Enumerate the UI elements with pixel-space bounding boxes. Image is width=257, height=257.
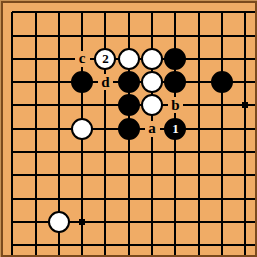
grid-line-horizontal <box>24 198 47 200</box>
grid-line-horizontal <box>187 104 210 106</box>
grid-line-horizontal <box>187 151 210 153</box>
intersection <box>187 164 210 187</box>
grid-line-horizontal <box>164 151 187 153</box>
intersection <box>210 94 233 117</box>
grid-line-horizontal <box>234 58 257 60</box>
white-stone <box>118 48 140 70</box>
grid-line-horizontal <box>140 221 163 223</box>
grid-line-horizontal <box>117 198 140 200</box>
intersection <box>117 234 140 257</box>
intersection <box>47 1 70 24</box>
grid-line-vertical <box>221 12 223 24</box>
intersection <box>210 164 233 187</box>
point-label-c: c <box>75 51 90 67</box>
grid-line-horizontal <box>140 35 163 37</box>
grid-line-horizontal <box>164 35 187 37</box>
intersection <box>117 71 140 94</box>
intersection <box>117 117 140 140</box>
intersection <box>140 94 163 117</box>
grid-line-horizontal <box>24 128 47 130</box>
grid-line-horizontal <box>12 81 24 83</box>
intersection <box>1 234 24 257</box>
intersection <box>187 117 210 140</box>
intersection <box>24 94 47 117</box>
intersection <box>47 47 70 70</box>
intersection <box>210 187 233 210</box>
intersection <box>234 234 257 257</box>
intersection <box>140 164 163 187</box>
board-frame: c2dba1 <box>0 0 257 257</box>
intersection <box>140 71 163 94</box>
white-stone <box>141 71 163 93</box>
intersection <box>187 234 210 257</box>
grid-line-horizontal <box>187 174 210 176</box>
intersection <box>210 1 233 24</box>
grid-line-horizontal <box>94 244 117 246</box>
grid-line-horizontal <box>187 35 210 37</box>
intersection <box>1 1 24 24</box>
black-stone <box>211 71 233 93</box>
white-stone-2: 2 <box>94 48 116 70</box>
grid-line-horizontal <box>47 244 70 246</box>
intersection <box>117 164 140 187</box>
intersection <box>71 187 94 210</box>
intersection <box>140 1 163 24</box>
grid-line-vertical <box>151 12 153 24</box>
intersection <box>94 234 117 257</box>
grid-line-horizontal <box>12 244 24 246</box>
grid-line-horizontal <box>210 11 233 13</box>
intersection <box>24 164 47 187</box>
intersection <box>117 47 140 70</box>
intersection: b <box>164 94 187 117</box>
intersection <box>71 117 94 140</box>
intersection <box>234 1 257 24</box>
grid-line-horizontal <box>94 198 117 200</box>
intersection <box>234 24 257 47</box>
grid-line-horizontal <box>71 151 94 153</box>
grid-line-horizontal <box>210 198 233 200</box>
grid-line-horizontal <box>12 174 24 176</box>
grid-line-horizontal <box>47 151 70 153</box>
grid-line-horizontal <box>164 174 187 176</box>
grid-line-horizontal <box>47 81 70 83</box>
grid-line-horizontal <box>24 58 47 60</box>
intersection <box>24 187 47 210</box>
grid-line-horizontal <box>117 151 140 153</box>
intersection <box>164 164 187 187</box>
grid-line-horizontal <box>234 35 257 37</box>
grid-line-horizontal <box>210 151 233 153</box>
black-stone <box>164 48 186 70</box>
intersection: a <box>140 117 163 140</box>
intersection <box>210 24 233 47</box>
intersection <box>187 24 210 47</box>
grid-line-horizontal <box>24 221 47 223</box>
grid-line-horizontal <box>47 198 70 200</box>
grid-line-horizontal <box>12 198 24 200</box>
intersection <box>187 210 210 233</box>
intersection <box>24 234 47 257</box>
intersection <box>187 140 210 163</box>
grid-line-horizontal <box>187 128 210 130</box>
intersection <box>234 47 257 70</box>
grid-line-horizontal <box>140 151 163 153</box>
grid-line-horizontal <box>140 198 163 200</box>
grid-line-horizontal <box>117 174 140 176</box>
intersection <box>1 24 24 47</box>
intersection <box>47 24 70 47</box>
grid-line-horizontal <box>234 151 257 153</box>
grid-line-horizontal <box>94 104 117 106</box>
black-stone <box>118 71 140 93</box>
intersection <box>94 24 117 47</box>
grid-line-horizontal <box>117 35 140 37</box>
grid-line-horizontal <box>187 11 210 13</box>
grid-line-horizontal <box>12 151 24 153</box>
intersection <box>210 47 233 70</box>
intersection <box>140 140 163 163</box>
intersection <box>187 71 210 94</box>
intersection <box>117 187 140 210</box>
intersection <box>71 1 94 24</box>
grid-line-horizontal <box>71 244 94 246</box>
point-label-b: b <box>168 97 183 113</box>
intersection <box>47 140 70 163</box>
intersection <box>24 210 47 233</box>
grid-line-horizontal <box>210 35 233 37</box>
intersection <box>1 47 24 70</box>
intersection <box>1 210 24 233</box>
grid-line-horizontal <box>164 244 187 246</box>
black-stone <box>118 94 140 116</box>
grid-line-horizontal <box>210 128 233 130</box>
intersection <box>94 187 117 210</box>
intersection <box>187 187 210 210</box>
grid-line-horizontal <box>71 11 94 13</box>
intersection <box>94 164 117 187</box>
grid-line-horizontal <box>187 58 210 60</box>
white-stone <box>141 94 163 116</box>
grid-line-horizontal <box>210 221 233 223</box>
grid-line-horizontal <box>12 104 24 106</box>
intersection <box>71 94 94 117</box>
intersection <box>24 117 47 140</box>
grid-line-horizontal <box>47 35 70 37</box>
white-stone <box>48 211 70 233</box>
intersection <box>234 140 257 163</box>
intersection <box>234 117 257 140</box>
black-stone-1: 1 <box>164 118 186 140</box>
grid-line-horizontal <box>94 174 117 176</box>
point-label-a: a <box>145 121 160 137</box>
grid-line-horizontal <box>47 174 70 176</box>
intersection <box>71 234 94 257</box>
grid-line-horizontal <box>210 244 233 246</box>
intersection <box>164 71 187 94</box>
grid-line-horizontal <box>24 244 47 246</box>
intersection <box>1 71 24 94</box>
grid-line-horizontal <box>234 244 257 246</box>
grid-line-horizontal <box>164 221 187 223</box>
intersection <box>234 71 257 94</box>
grid-line-horizontal <box>187 244 210 246</box>
intersection <box>210 140 233 163</box>
intersection <box>24 1 47 24</box>
intersection: 1 <box>164 117 187 140</box>
intersection <box>47 164 70 187</box>
grid-line-horizontal <box>210 58 233 60</box>
grid-line-horizontal <box>47 11 70 13</box>
grid-line-vertical <box>58 12 60 24</box>
grid-line-horizontal <box>140 244 163 246</box>
grid-line-horizontal <box>12 128 24 130</box>
intersection <box>164 187 187 210</box>
intersection <box>117 140 140 163</box>
grid-line-horizontal <box>12 35 24 37</box>
grid-line-horizontal <box>24 81 47 83</box>
intersection <box>234 164 257 187</box>
intersection: 2 <box>94 47 117 70</box>
grid-line-horizontal <box>234 11 257 13</box>
intersection <box>187 1 210 24</box>
grid-line-horizontal <box>164 11 187 13</box>
intersection <box>71 210 94 233</box>
intersection <box>187 47 210 70</box>
grid-line-horizontal <box>71 35 94 37</box>
intersection <box>164 47 187 70</box>
intersection <box>24 24 47 47</box>
intersection <box>24 47 47 70</box>
intersection <box>117 1 140 24</box>
intersection <box>117 94 140 117</box>
intersection: c <box>71 47 94 70</box>
intersection <box>94 210 117 233</box>
intersection <box>140 47 163 70</box>
intersection <box>71 24 94 47</box>
grid-line-horizontal <box>24 151 47 153</box>
intersection <box>47 210 70 233</box>
grid-line-horizontal <box>210 174 233 176</box>
intersection <box>117 24 140 47</box>
grid-line-horizontal <box>71 174 94 176</box>
intersection <box>47 117 70 140</box>
go-board-diagram: c2dba1 <box>0 0 257 257</box>
intersection <box>164 210 187 233</box>
grid-line-horizontal <box>94 11 117 13</box>
grid-line-horizontal <box>94 221 117 223</box>
grid-line-horizontal <box>24 174 47 176</box>
grid-line-horizontal <box>24 104 47 106</box>
intersection <box>1 140 24 163</box>
intersection <box>140 210 163 233</box>
grid-line-horizontal <box>12 221 24 223</box>
black-stone <box>164 71 186 93</box>
grid-line-horizontal <box>140 174 163 176</box>
grid-line-horizontal <box>47 104 70 106</box>
grid-line-horizontal <box>234 174 257 176</box>
grid-line-horizontal <box>47 128 70 130</box>
grid-line-horizontal <box>234 128 257 130</box>
black-stone <box>71 71 93 93</box>
grid-line-horizontal <box>117 244 140 246</box>
intersection <box>234 210 257 233</box>
intersection <box>210 210 233 233</box>
grid-line-horizontal <box>94 128 117 130</box>
grid-line-vertical <box>174 12 176 24</box>
intersection <box>47 187 70 210</box>
grid-line-horizontal <box>187 221 210 223</box>
grid-line-vertical <box>198 12 200 24</box>
grid-line-horizontal <box>47 58 70 60</box>
point-label-d: d <box>98 74 113 90</box>
intersection <box>234 94 257 117</box>
grid-line-horizontal <box>117 221 140 223</box>
intersection <box>94 117 117 140</box>
grid-line-horizontal <box>24 11 47 13</box>
square-point-marker <box>242 102 248 108</box>
intersection <box>71 140 94 163</box>
intersection <box>71 164 94 187</box>
grid-line-horizontal <box>71 104 94 106</box>
intersection <box>24 140 47 163</box>
grid-line-vertical <box>35 12 37 24</box>
intersection <box>47 234 70 257</box>
grid-line-horizontal <box>24 35 47 37</box>
intersection <box>117 210 140 233</box>
intersection <box>71 71 94 94</box>
white-stone <box>71 118 93 140</box>
grid-line-horizontal <box>187 81 210 83</box>
grid-line-vertical <box>81 12 83 24</box>
intersection <box>234 187 257 210</box>
square-point-marker <box>79 219 85 225</box>
grid-line-horizontal <box>234 81 257 83</box>
intersection <box>94 140 117 163</box>
intersection <box>1 187 24 210</box>
grid-line-horizontal <box>117 11 140 13</box>
intersection <box>187 94 210 117</box>
grid-line-vertical <box>104 12 106 24</box>
intersection: d <box>94 71 117 94</box>
grid-line-horizontal <box>234 198 257 200</box>
grid-line-horizontal <box>187 198 210 200</box>
grid-line-horizontal <box>94 35 117 37</box>
grid-line-horizontal <box>210 104 233 106</box>
board-grid: c2dba1 <box>1 1 257 257</box>
grid-line-horizontal <box>164 198 187 200</box>
intersection <box>47 94 70 117</box>
intersection <box>140 187 163 210</box>
intersection <box>140 234 163 257</box>
intersection <box>210 117 233 140</box>
intersection <box>1 117 24 140</box>
intersection <box>164 24 187 47</box>
intersection <box>210 234 233 257</box>
grid-line-vertical <box>128 12 130 24</box>
intersection <box>24 71 47 94</box>
grid-line-horizontal <box>234 221 257 223</box>
grid-line-horizontal <box>94 151 117 153</box>
intersection <box>164 1 187 24</box>
intersection <box>210 71 233 94</box>
intersection <box>94 1 117 24</box>
intersection <box>1 94 24 117</box>
intersection <box>47 71 70 94</box>
grid-line-vertical <box>11 12 13 24</box>
board-surface: c2dba1 <box>1 1 257 257</box>
intersection <box>164 140 187 163</box>
grid-line-vertical <box>244 12 246 24</box>
intersection <box>140 24 163 47</box>
black-stone <box>118 118 140 140</box>
grid-line-horizontal <box>71 198 94 200</box>
intersection <box>164 234 187 257</box>
white-stone <box>141 48 163 70</box>
grid-line-horizontal <box>140 11 163 13</box>
intersection <box>94 94 117 117</box>
intersection <box>1 164 24 187</box>
grid-line-horizontal <box>12 11 24 13</box>
grid-line-horizontal <box>12 58 24 60</box>
